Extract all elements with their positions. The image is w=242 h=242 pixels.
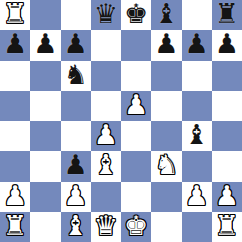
white-bishop[interactable]: ♝ bbox=[94, 151, 118, 180]
square-e7[interactable] bbox=[121, 30, 151, 60]
black-pawn[interactable]: ♟ bbox=[64, 30, 88, 59]
black-knight[interactable]: ♞ bbox=[64, 61, 88, 90]
square-d7[interactable] bbox=[91, 30, 121, 60]
square-g1[interactable] bbox=[182, 212, 212, 242]
square-h4[interactable] bbox=[212, 121, 242, 151]
square-b3[interactable] bbox=[30, 151, 60, 181]
square-g3[interactable] bbox=[182, 151, 212, 181]
square-a4[interactable] bbox=[0, 121, 30, 151]
square-f2[interactable] bbox=[151, 182, 181, 212]
square-d6[interactable] bbox=[91, 61, 121, 91]
square-b2[interactable] bbox=[30, 182, 60, 212]
square-e1[interactable]: ♚ bbox=[121, 212, 151, 242]
square-e2[interactable] bbox=[121, 182, 151, 212]
square-e6[interactable] bbox=[121, 61, 151, 91]
square-f1[interactable] bbox=[151, 212, 181, 242]
square-c7[interactable]: ♟ bbox=[61, 30, 91, 60]
square-e8[interactable]: ♚ bbox=[121, 0, 151, 30]
square-h8[interactable]: ♜ bbox=[212, 0, 242, 30]
white-pawn[interactable]: ♟ bbox=[3, 182, 27, 211]
white-rook[interactable]: ♜ bbox=[3, 212, 27, 241]
square-a1[interactable]: ♜ bbox=[0, 212, 30, 242]
square-a3[interactable] bbox=[0, 151, 30, 181]
black-king[interactable]: ♚ bbox=[124, 0, 148, 29]
square-h3[interactable] bbox=[212, 151, 242, 181]
square-h2[interactable]: ♟ bbox=[212, 182, 242, 212]
square-h7[interactable]: ♟ bbox=[212, 30, 242, 60]
square-g5[interactable] bbox=[182, 91, 212, 121]
square-d8[interactable]: ♛ bbox=[91, 0, 121, 30]
square-e4[interactable] bbox=[121, 121, 151, 151]
square-b8[interactable] bbox=[30, 0, 60, 30]
square-c4[interactable] bbox=[61, 121, 91, 151]
white-pawn[interactable]: ♟ bbox=[64, 182, 88, 211]
square-b4[interactable] bbox=[30, 121, 60, 151]
square-b7[interactable]: ♟ bbox=[30, 30, 60, 60]
square-c8[interactable] bbox=[61, 0, 91, 30]
square-a5[interactable] bbox=[0, 91, 30, 121]
square-e3[interactable] bbox=[121, 151, 151, 181]
white-pawn[interactable]: ♟ bbox=[185, 182, 209, 211]
black-pawn[interactable]: ♟ bbox=[154, 30, 178, 59]
black-pawn[interactable]: ♟ bbox=[33, 30, 57, 59]
square-c1[interactable]: ♝ bbox=[61, 212, 91, 242]
white-rook[interactable]: ♜ bbox=[215, 212, 239, 241]
square-a7[interactable]: ♟ bbox=[0, 30, 30, 60]
square-f7[interactable]: ♟ bbox=[151, 30, 181, 60]
white-pawn[interactable]: ♟ bbox=[124, 91, 148, 120]
white-queen[interactable]: ♛ bbox=[94, 212, 118, 241]
square-f4[interactable] bbox=[151, 121, 181, 151]
black-rook[interactable]: ♜ bbox=[215, 0, 239, 29]
square-d4[interactable]: ♟ bbox=[91, 121, 121, 151]
square-c6[interactable]: ♞ bbox=[61, 61, 91, 91]
square-e5[interactable]: ♟ bbox=[121, 91, 151, 121]
white-pawn[interactable]: ♟ bbox=[215, 182, 239, 211]
square-g2[interactable]: ♟ bbox=[182, 182, 212, 212]
square-h6[interactable] bbox=[212, 61, 242, 91]
square-f3[interactable]: ♞ bbox=[151, 151, 181, 181]
white-rook[interactable]: ♜ bbox=[3, 0, 27, 29]
black-bishop[interactable]: ♝ bbox=[154, 0, 178, 29]
black-queen[interactable]: ♛ bbox=[94, 0, 118, 29]
square-c2[interactable]: ♟ bbox=[61, 182, 91, 212]
square-d1[interactable]: ♛ bbox=[91, 212, 121, 242]
square-a6[interactable] bbox=[0, 61, 30, 91]
square-f6[interactable] bbox=[151, 61, 181, 91]
white-knight[interactable]: ♞ bbox=[154, 151, 178, 180]
square-c5[interactable] bbox=[61, 91, 91, 121]
black-pawn[interactable]: ♟ bbox=[3, 30, 27, 59]
square-h1[interactable]: ♜ bbox=[212, 212, 242, 242]
square-b6[interactable] bbox=[30, 61, 60, 91]
square-g6[interactable] bbox=[182, 61, 212, 91]
black-pawn[interactable]: ♟ bbox=[64, 151, 88, 180]
square-d5[interactable] bbox=[91, 91, 121, 121]
square-h5[interactable] bbox=[212, 91, 242, 121]
chess-board: ♜♛♚♝♜♟♟♟♟♟♟♞♟♟♝♟♝♞♟♟♟♟♜♝♛♚♜ bbox=[0, 0, 242, 242]
black-pawn[interactable]: ♟ bbox=[215, 30, 239, 59]
white-king[interactable]: ♚ bbox=[124, 212, 148, 241]
square-c3[interactable]: ♟ bbox=[61, 151, 91, 181]
square-d2[interactable] bbox=[91, 182, 121, 212]
white-bishop[interactable]: ♝ bbox=[64, 212, 88, 241]
white-pawn[interactable]: ♟ bbox=[94, 121, 118, 150]
square-f8[interactable]: ♝ bbox=[151, 0, 181, 30]
square-d3[interactable]: ♝ bbox=[91, 151, 121, 181]
square-g4[interactable]: ♝ bbox=[182, 121, 212, 151]
black-pawn[interactable]: ♟ bbox=[185, 30, 209, 59]
square-b1[interactable] bbox=[30, 212, 60, 242]
square-a8[interactable]: ♜ bbox=[0, 0, 30, 30]
black-bishop[interactable]: ♝ bbox=[185, 121, 209, 150]
square-g8[interactable] bbox=[182, 0, 212, 30]
square-g7[interactable]: ♟ bbox=[182, 30, 212, 60]
square-a2[interactable]: ♟ bbox=[0, 182, 30, 212]
square-b5[interactable] bbox=[30, 91, 60, 121]
square-f5[interactable] bbox=[151, 91, 181, 121]
